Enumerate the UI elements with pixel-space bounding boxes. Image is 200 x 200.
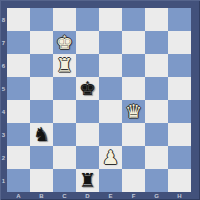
file-label-b: B: [30, 192, 53, 200]
square-e6[interactable]: [99, 54, 122, 77]
square-a6[interactable]: [7, 54, 30, 77]
square-f8[interactable]: [122, 8, 145, 31]
square-c4[interactable]: [53, 100, 76, 123]
square-e7[interactable]: [99, 31, 122, 54]
black-king-d5[interactable]: ♚: [79, 77, 96, 100]
black-knight-b3[interactable]: ♞: [33, 123, 50, 146]
rank-label-4: 4: [0, 100, 7, 123]
square-e8[interactable]: [99, 8, 122, 31]
square-b8[interactable]: [30, 8, 53, 31]
square-a2[interactable]: [7, 146, 30, 169]
square-c6[interactable]: ♜: [53, 54, 76, 77]
square-a7[interactable]: [7, 31, 30, 54]
rank-label-5: 5: [0, 77, 7, 100]
square-f6[interactable]: [122, 54, 145, 77]
square-b1[interactable]: [30, 169, 53, 192]
square-d3[interactable]: [76, 123, 99, 146]
square-e4[interactable]: [99, 100, 122, 123]
square-h2[interactable]: [168, 146, 191, 169]
square-e1[interactable]: [99, 169, 122, 192]
square-g1[interactable]: [145, 169, 168, 192]
rank-label-8: 8: [0, 8, 7, 31]
file-label-g: G: [145, 192, 168, 200]
square-b5[interactable]: [30, 77, 53, 100]
square-f7[interactable]: [122, 31, 145, 54]
white-pawn-e2[interactable]: ♟: [102, 146, 119, 169]
square-e2[interactable]: ♟: [99, 146, 122, 169]
file-label-f: F: [122, 192, 145, 200]
square-f3[interactable]: [122, 123, 145, 146]
square-a1[interactable]: [7, 169, 30, 192]
square-b7[interactable]: [30, 31, 53, 54]
white-king-c7[interactable]: ♚: [56, 31, 73, 54]
square-d4[interactable]: [76, 100, 99, 123]
square-g8[interactable]: [145, 8, 168, 31]
square-g7[interactable]: [145, 31, 168, 54]
square-a8[interactable]: [7, 8, 30, 31]
square-a3[interactable]: [7, 123, 30, 146]
square-h1[interactable]: [168, 169, 191, 192]
square-h8[interactable]: [168, 8, 191, 31]
file-label-c: C: [53, 192, 76, 200]
square-d8[interactable]: [76, 8, 99, 31]
square-b2[interactable]: [30, 146, 53, 169]
square-c5[interactable]: [53, 77, 76, 100]
rank-label-3: 3: [0, 123, 7, 146]
square-a4[interactable]: [7, 100, 30, 123]
file-label-a: A: [7, 192, 30, 200]
square-c2[interactable]: [53, 146, 76, 169]
square-h5[interactable]: [168, 77, 191, 100]
square-d7[interactable]: [76, 31, 99, 54]
square-b3[interactable]: ♞: [30, 123, 53, 146]
square-f1[interactable]: [122, 169, 145, 192]
square-c3[interactable]: [53, 123, 76, 146]
square-f5[interactable]: [122, 77, 145, 100]
square-c1[interactable]: [53, 169, 76, 192]
white-queen-f4[interactable]: ♛: [125, 100, 142, 123]
file-label-h: H: [168, 192, 191, 200]
square-f2[interactable]: [122, 146, 145, 169]
square-h4[interactable]: [168, 100, 191, 123]
square-c8[interactable]: [53, 8, 76, 31]
black-rook-d1[interactable]: ♜: [79, 169, 96, 192]
square-h3[interactable]: [168, 123, 191, 146]
square-b6[interactable]: [30, 54, 53, 77]
square-g6[interactable]: [145, 54, 168, 77]
file-label-d: D: [76, 192, 99, 200]
square-g3[interactable]: [145, 123, 168, 146]
square-d1[interactable]: ♜: [76, 169, 99, 192]
square-c7[interactable]: ♚: [53, 31, 76, 54]
file-labels: ABCDEFGH: [7, 192, 191, 200]
rank-label-7: 7: [0, 31, 7, 54]
rank-label-2: 2: [0, 146, 7, 169]
file-label-e: E: [99, 192, 122, 200]
square-a5[interactable]: [7, 77, 30, 100]
square-h7[interactable]: [168, 31, 191, 54]
square-g4[interactable]: [145, 100, 168, 123]
square-g5[interactable]: [145, 77, 168, 100]
square-e5[interactable]: [99, 77, 122, 100]
square-f4[interactable]: ♛: [122, 100, 145, 123]
white-rook-c6[interactable]: ♜: [56, 54, 73, 77]
rank-label-6: 6: [0, 54, 7, 77]
square-g2[interactable]: [145, 146, 168, 169]
square-e3[interactable]: [99, 123, 122, 146]
chess-board-frame: 87654321 ♚♜♚♛♞♟♜ ABCDEFGH: [0, 0, 200, 200]
square-d6[interactable]: [76, 54, 99, 77]
square-d2[interactable]: [76, 146, 99, 169]
rank-label-1: 1: [0, 169, 7, 192]
square-b4[interactable]: [30, 100, 53, 123]
square-h6[interactable]: [168, 54, 191, 77]
square-d5[interactable]: ♚: [76, 77, 99, 100]
chess-board: ♚♜♚♛♞♟♜: [7, 8, 191, 192]
rank-labels: 87654321: [0, 8, 7, 192]
